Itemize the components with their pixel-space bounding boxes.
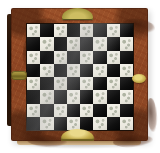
square-b8 xyxy=(40,24,53,37)
square-c4 xyxy=(54,77,67,90)
square-g5 xyxy=(107,64,120,77)
square-e3 xyxy=(80,90,93,103)
square-h8 xyxy=(120,24,133,37)
square-a1 xyxy=(27,117,40,130)
square-e1 xyxy=(80,117,93,130)
square-g1 xyxy=(107,117,120,130)
square-f7 xyxy=(93,37,106,50)
square-f2 xyxy=(93,104,106,117)
square-b2 xyxy=(40,104,53,117)
square-c1 xyxy=(54,117,67,130)
square-b1 xyxy=(40,117,53,130)
square-g6 xyxy=(107,51,120,64)
square-f4 xyxy=(93,77,106,90)
square-g2 xyxy=(107,104,120,117)
square-e6 xyxy=(80,51,93,64)
chess-board-grid xyxy=(26,23,134,131)
square-e8 xyxy=(80,24,93,37)
brass-fan-clasp-icon xyxy=(62,8,93,20)
carved-dragon-motif xyxy=(113,134,154,149)
square-d8 xyxy=(67,24,80,37)
square-c3 xyxy=(54,90,67,103)
square-f1 xyxy=(93,117,106,130)
square-d5 xyxy=(67,64,80,77)
square-f3 xyxy=(93,90,106,103)
square-a7 xyxy=(27,37,40,50)
carved-dragon-motif xyxy=(146,98,159,133)
square-d6 xyxy=(67,51,80,64)
square-d1 xyxy=(67,117,80,130)
square-c6 xyxy=(54,51,67,64)
square-b6 xyxy=(40,51,53,64)
square-h7 xyxy=(120,37,133,50)
brass-hinge-icon xyxy=(11,71,27,80)
square-d4 xyxy=(67,77,80,90)
square-e2 xyxy=(80,104,93,117)
brass-shell-clasp-icon xyxy=(61,129,94,141)
square-h1 xyxy=(120,117,133,130)
square-d7 xyxy=(67,37,80,50)
square-b3 xyxy=(40,90,53,103)
square-g3 xyxy=(107,90,120,103)
square-c5 xyxy=(54,64,67,77)
square-a2 xyxy=(27,104,40,117)
square-f5 xyxy=(93,64,106,77)
square-h6 xyxy=(120,51,133,64)
square-e5 xyxy=(80,64,93,77)
square-c8 xyxy=(54,24,67,37)
square-a5 xyxy=(27,64,40,77)
square-c2 xyxy=(54,104,67,117)
square-a6 xyxy=(27,51,40,64)
square-h2 xyxy=(120,104,133,117)
square-b7 xyxy=(40,37,53,50)
square-b5 xyxy=(40,64,53,77)
brass-oval-medallion-icon xyxy=(132,74,146,83)
square-g8 xyxy=(107,24,120,37)
square-g4 xyxy=(107,77,120,90)
square-a8 xyxy=(27,24,40,37)
square-a4 xyxy=(27,77,40,90)
square-f6 xyxy=(93,51,106,64)
square-a3 xyxy=(27,90,40,103)
square-g7 xyxy=(107,37,120,50)
square-h3 xyxy=(120,90,133,103)
square-d3 xyxy=(67,90,80,103)
square-c7 xyxy=(54,37,67,50)
square-b4 xyxy=(40,77,53,90)
square-f8 xyxy=(93,24,106,37)
square-e7 xyxy=(80,37,93,50)
square-h5 xyxy=(120,64,133,77)
chess-board-photo xyxy=(0,0,160,153)
square-d2 xyxy=(67,104,80,117)
square-h4 xyxy=(120,77,133,90)
square-e4 xyxy=(80,77,93,90)
